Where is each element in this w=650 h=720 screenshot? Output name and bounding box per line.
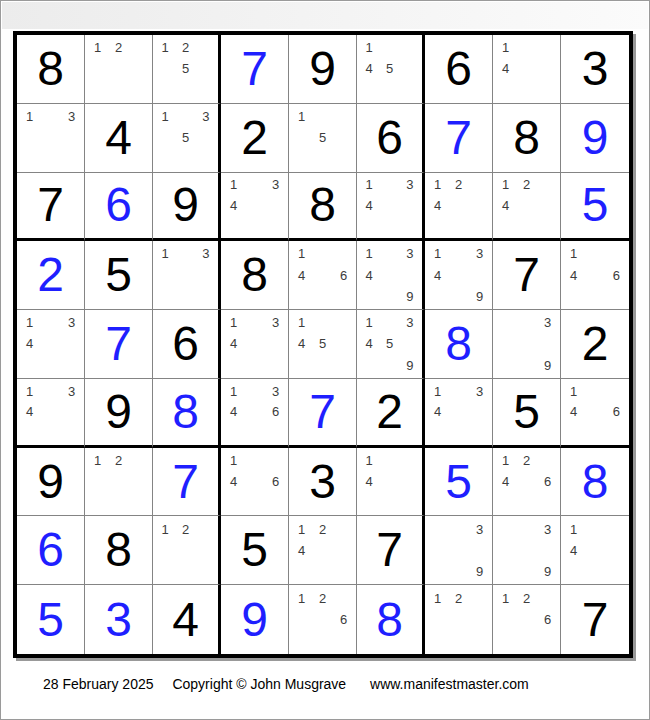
candidates: 134 bbox=[427, 381, 490, 443]
cell-r4c1: 2 bbox=[17, 241, 85, 310]
candidates: 134 bbox=[223, 175, 286, 237]
cell-r7c5: 3 bbox=[289, 448, 357, 517]
candidate-1: 1 bbox=[291, 312, 312, 333]
candidates: 39 bbox=[495, 518, 558, 582]
given-digit: 7 bbox=[376, 526, 403, 574]
sudoku-board: 8121257914561431341352156789769134813412… bbox=[13, 31, 633, 658]
solved-digit: 8 bbox=[582, 458, 609, 506]
candidates: 1349 bbox=[359, 243, 420, 307]
cell-r2c5: 15 bbox=[289, 104, 357, 173]
candidate-1: 1 bbox=[291, 587, 312, 609]
candidates: 146 bbox=[563, 243, 627, 307]
candidate-4: 4 bbox=[495, 58, 516, 79]
candidate-1: 1 bbox=[223, 450, 244, 471]
cell-r1c1: 8 bbox=[17, 35, 85, 104]
candidate-2: 2 bbox=[516, 175, 537, 196]
cell-r5c9: 2 bbox=[561, 310, 629, 379]
candidates: 145 bbox=[291, 312, 354, 376]
cell-r7c9: 8 bbox=[561, 448, 629, 517]
candidates: 12 bbox=[155, 518, 216, 582]
cell-r9c9: 7 bbox=[561, 585, 629, 654]
cell-r3c6: 134 bbox=[357, 173, 425, 242]
cell-r6c2: 9 bbox=[85, 379, 153, 448]
candidate-3: 3 bbox=[469, 518, 490, 539]
cell-r4c8: 7 bbox=[493, 241, 561, 310]
cell-r3c3: 9 bbox=[153, 173, 221, 242]
solved-digit: 7 bbox=[105, 320, 132, 368]
given-digit: 9 bbox=[172, 181, 199, 229]
candidates: 125 bbox=[155, 37, 216, 101]
given-digit: 6 bbox=[172, 320, 199, 368]
cell-r2c7: 7 bbox=[425, 104, 493, 173]
candidate-1: 1 bbox=[155, 37, 175, 58]
candidates: 134 bbox=[359, 175, 420, 237]
cell-r8c4: 5 bbox=[221, 516, 289, 585]
candidates: 145 bbox=[359, 37, 420, 101]
candidate-3: 3 bbox=[265, 312, 286, 333]
cell-r3c8: 124 bbox=[493, 173, 561, 242]
footer-site: www.manifestmaster.com bbox=[370, 676, 529, 692]
candidate-9: 9 bbox=[400, 286, 420, 307]
candidate-1: 1 bbox=[563, 518, 584, 539]
candidates: 124 bbox=[495, 175, 558, 237]
candidate-5: 5 bbox=[312, 127, 333, 148]
given-digit: 3 bbox=[582, 45, 609, 93]
cell-r9c7: 12 bbox=[425, 585, 493, 654]
candidate-6: 6 bbox=[265, 401, 286, 422]
candidate-3: 3 bbox=[400, 243, 420, 264]
given-digit: 5 bbox=[513, 388, 540, 436]
solved-digit: 8 bbox=[445, 320, 472, 368]
given-digit: 9 bbox=[309, 45, 336, 93]
solved-digit: 2 bbox=[37, 251, 64, 299]
candidate-1: 1 bbox=[155, 243, 175, 264]
candidates: 135 bbox=[155, 106, 216, 170]
cell-r7c6: 14 bbox=[357, 448, 425, 517]
cell-r1c2: 12 bbox=[85, 35, 153, 104]
cell-r7c8: 1246 bbox=[493, 448, 561, 517]
candidate-3: 3 bbox=[196, 106, 216, 127]
cell-r8c9: 14 bbox=[561, 516, 629, 585]
given-digit: 3 bbox=[309, 458, 336, 506]
candidate-2: 2 bbox=[448, 175, 469, 196]
candidate-4: 4 bbox=[359, 58, 379, 79]
cell-r8c6: 7 bbox=[357, 516, 425, 585]
cell-r9c6: 8 bbox=[357, 585, 425, 654]
candidates: 1346 bbox=[223, 381, 286, 443]
cell-r8c2: 8 bbox=[85, 516, 153, 585]
given-digit: 8 bbox=[105, 526, 132, 574]
candidates: 13 bbox=[19, 106, 82, 170]
cell-r5c3: 6 bbox=[153, 310, 221, 379]
cell-r2c9: 9 bbox=[561, 104, 629, 173]
candidate-4: 4 bbox=[359, 265, 379, 286]
cell-r1c4: 7 bbox=[221, 35, 289, 104]
cell-r1c7: 6 bbox=[425, 35, 493, 104]
solved-digit: 7 bbox=[445, 114, 472, 162]
cell-r2c2: 4 bbox=[85, 104, 153, 173]
cell-r6c8: 5 bbox=[493, 379, 561, 448]
solved-digit: 5 bbox=[582, 181, 609, 229]
candidate-6: 6 bbox=[537, 471, 558, 492]
candidate-4: 4 bbox=[495, 195, 516, 216]
cell-r3c4: 134 bbox=[221, 173, 289, 242]
cell-r3c1: 7 bbox=[17, 173, 85, 242]
candidate-9: 9 bbox=[469, 561, 490, 582]
solved-digit: 9 bbox=[241, 596, 268, 644]
cell-r6c7: 134 bbox=[425, 379, 493, 448]
given-digit: 7 bbox=[582, 596, 609, 644]
given-digit: 8 bbox=[309, 181, 336, 229]
solved-digit: 6 bbox=[105, 181, 132, 229]
cell-r9c5: 126 bbox=[289, 585, 357, 654]
candidate-6: 6 bbox=[265, 471, 286, 492]
candidate-5: 5 bbox=[175, 58, 195, 79]
candidate-5: 5 bbox=[379, 333, 399, 354]
footer-copyright: Copyright © John Musgrave bbox=[172, 676, 346, 692]
candidates: 12 bbox=[87, 450, 150, 514]
candidate-4: 4 bbox=[291, 265, 312, 286]
candidate-4: 4 bbox=[427, 195, 448, 216]
candidates: 12 bbox=[427, 587, 490, 652]
candidate-4: 4 bbox=[223, 195, 244, 216]
candidate-2: 2 bbox=[516, 450, 537, 471]
candidate-4: 4 bbox=[223, 333, 244, 354]
candidate-1: 1 bbox=[155, 518, 175, 539]
candidate-1: 1 bbox=[223, 381, 244, 402]
candidate-4: 4 bbox=[359, 195, 379, 216]
candidate-5: 5 bbox=[175, 127, 195, 148]
cell-r9c3: 4 bbox=[153, 585, 221, 654]
cell-r7c2: 12 bbox=[85, 448, 153, 517]
candidate-1: 1 bbox=[155, 106, 175, 127]
cell-r4c7: 1349 bbox=[425, 241, 493, 310]
candidate-3: 3 bbox=[61, 312, 82, 333]
candidates: 39 bbox=[495, 312, 558, 376]
cell-r9c2: 3 bbox=[85, 585, 153, 654]
candidates: 146 bbox=[223, 450, 286, 514]
candidate-1: 1 bbox=[495, 587, 516, 609]
cell-r8c8: 39 bbox=[493, 516, 561, 585]
given-digit: 6 bbox=[445, 45, 472, 93]
candidate-4: 4 bbox=[359, 333, 379, 354]
cell-r9c1: 5 bbox=[17, 585, 85, 654]
candidate-4: 4 bbox=[427, 265, 448, 286]
cell-r5c1: 134 bbox=[17, 310, 85, 379]
candidate-6: 6 bbox=[333, 265, 354, 286]
cell-r7c3: 7 bbox=[153, 448, 221, 517]
candidate-2: 2 bbox=[312, 587, 333, 609]
cell-r6c4: 1346 bbox=[221, 379, 289, 448]
candidates: 1349 bbox=[427, 243, 490, 307]
candidate-1: 1 bbox=[19, 381, 40, 402]
cell-r4c9: 146 bbox=[561, 241, 629, 310]
solved-digit: 6 bbox=[37, 526, 64, 574]
cell-r2c4: 2 bbox=[221, 104, 289, 173]
candidates: 14 bbox=[495, 37, 558, 101]
given-digit: 2 bbox=[582, 320, 609, 368]
candidate-4: 4 bbox=[563, 265, 584, 286]
cell-r5c6: 13459 bbox=[357, 310, 425, 379]
candidate-2: 2 bbox=[175, 37, 195, 58]
candidate-1: 1 bbox=[291, 106, 312, 127]
candidate-1: 1 bbox=[291, 243, 312, 264]
candidate-1: 1 bbox=[87, 450, 108, 471]
cell-r8c7: 39 bbox=[425, 516, 493, 585]
candidates: 15 bbox=[291, 106, 354, 170]
cell-r1c9: 3 bbox=[561, 35, 629, 104]
candidate-3: 3 bbox=[469, 381, 490, 402]
solved-digit: 8 bbox=[376, 596, 403, 644]
cell-r6c6: 2 bbox=[357, 379, 425, 448]
candidate-5: 5 bbox=[379, 58, 399, 79]
cell-r6c5: 7 bbox=[289, 379, 357, 448]
candidates: 134 bbox=[223, 312, 286, 376]
candidate-4: 4 bbox=[223, 471, 244, 492]
candidate-3: 3 bbox=[61, 106, 82, 127]
candidate-1: 1 bbox=[427, 381, 448, 402]
candidate-1: 1 bbox=[359, 37, 379, 58]
cell-r5c7: 8 bbox=[425, 310, 493, 379]
candidates: 13 bbox=[155, 243, 216, 307]
candidate-6: 6 bbox=[537, 609, 558, 631]
solved-digit: 7 bbox=[241, 45, 268, 93]
cell-r1c6: 145 bbox=[357, 35, 425, 104]
cell-r8c3: 12 bbox=[153, 516, 221, 585]
cell-r3c7: 124 bbox=[425, 173, 493, 242]
candidate-1: 1 bbox=[495, 37, 516, 58]
candidate-9: 9 bbox=[537, 355, 558, 376]
candidate-3: 3 bbox=[537, 312, 558, 333]
cell-r1c8: 14 bbox=[493, 35, 561, 104]
cell-r2c3: 135 bbox=[153, 104, 221, 173]
footer: 28 February 2025 Copyright © John Musgra… bbox=[43, 676, 529, 692]
cell-r5c5: 145 bbox=[289, 310, 357, 379]
cell-r1c5: 9 bbox=[289, 35, 357, 104]
candidates: 14 bbox=[563, 518, 627, 582]
cell-r7c1: 9 bbox=[17, 448, 85, 517]
cell-r4c2: 5 bbox=[85, 241, 153, 310]
cell-r9c8: 126 bbox=[493, 585, 561, 654]
candidate-1: 1 bbox=[19, 312, 40, 333]
candidate-1: 1 bbox=[359, 312, 379, 333]
candidates: 1246 bbox=[495, 450, 558, 514]
candidate-4: 4 bbox=[223, 401, 244, 422]
candidate-9: 9 bbox=[400, 355, 420, 376]
solved-digit: 8 bbox=[172, 388, 199, 436]
candidate-1: 1 bbox=[563, 243, 584, 264]
given-digit: 6 bbox=[376, 114, 403, 162]
candidate-1: 1 bbox=[87, 37, 108, 58]
given-digit: 8 bbox=[513, 114, 540, 162]
candidate-2: 2 bbox=[448, 587, 469, 609]
candidate-2: 2 bbox=[108, 37, 129, 58]
candidate-4: 4 bbox=[563, 401, 584, 422]
cell-r9c4: 9 bbox=[221, 585, 289, 654]
top-band bbox=[2, 2, 648, 29]
cell-r5c8: 39 bbox=[493, 310, 561, 379]
cell-r1c3: 125 bbox=[153, 35, 221, 104]
solved-digit: 3 bbox=[105, 596, 132, 644]
cell-r2c8: 8 bbox=[493, 104, 561, 173]
cell-r4c4: 8 bbox=[221, 241, 289, 310]
given-digit: 4 bbox=[105, 114, 132, 162]
candidates: 146 bbox=[563, 381, 627, 443]
cell-r5c4: 134 bbox=[221, 310, 289, 379]
candidate-1: 1 bbox=[427, 175, 448, 196]
candidate-9: 9 bbox=[537, 561, 558, 582]
candidate-2: 2 bbox=[312, 518, 333, 539]
candidate-1: 1 bbox=[359, 175, 379, 196]
cell-r6c3: 8 bbox=[153, 379, 221, 448]
candidates: 146 bbox=[291, 243, 354, 307]
cell-r3c9: 5 bbox=[561, 173, 629, 242]
solved-digit: 5 bbox=[37, 596, 64, 644]
given-digit: 2 bbox=[241, 114, 268, 162]
candidate-3: 3 bbox=[469, 243, 490, 264]
cell-r4c5: 146 bbox=[289, 241, 357, 310]
candidate-4: 4 bbox=[291, 333, 312, 354]
candidate-1: 1 bbox=[427, 587, 448, 609]
cell-r8c5: 124 bbox=[289, 516, 357, 585]
candidate-6: 6 bbox=[606, 401, 627, 422]
cell-r6c1: 134 bbox=[17, 379, 85, 448]
candidate-3: 3 bbox=[61, 381, 82, 402]
solved-digit: 5 bbox=[445, 458, 472, 506]
candidate-3: 3 bbox=[400, 312, 420, 333]
candidates: 12 bbox=[87, 37, 150, 101]
candidate-4: 4 bbox=[495, 471, 516, 492]
candidate-2: 2 bbox=[108, 450, 129, 471]
candidate-1: 1 bbox=[563, 381, 584, 402]
cell-r7c4: 146 bbox=[221, 448, 289, 517]
candidate-4: 4 bbox=[19, 401, 40, 422]
candidates: 13459 bbox=[359, 312, 420, 376]
candidates: 134 bbox=[19, 381, 82, 443]
candidate-6: 6 bbox=[606, 265, 627, 286]
cell-r5c2: 7 bbox=[85, 310, 153, 379]
cell-r2c6: 6 bbox=[357, 104, 425, 173]
candidate-6: 6 bbox=[333, 609, 354, 631]
candidate-1: 1 bbox=[495, 450, 516, 471]
candidate-2: 2 bbox=[516, 587, 537, 609]
candidate-4: 4 bbox=[359, 471, 379, 492]
given-digit: 8 bbox=[241, 251, 268, 299]
cell-r7c7: 5 bbox=[425, 448, 493, 517]
candidate-3: 3 bbox=[537, 518, 558, 539]
candidates: 14 bbox=[359, 450, 420, 514]
candidate-3: 3 bbox=[196, 243, 216, 264]
cell-r3c5: 8 bbox=[289, 173, 357, 242]
cell-r4c6: 1349 bbox=[357, 241, 425, 310]
candidates: 39 bbox=[427, 518, 490, 582]
given-digit: 7 bbox=[37, 181, 64, 229]
candidate-5: 5 bbox=[312, 333, 333, 354]
candidates: 124 bbox=[427, 175, 490, 237]
candidate-4: 4 bbox=[563, 540, 584, 561]
candidate-1: 1 bbox=[359, 243, 379, 264]
candidate-1: 1 bbox=[427, 243, 448, 264]
page: 8121257914561431341352156789769134813412… bbox=[0, 0, 650, 720]
candidates: 126 bbox=[495, 587, 558, 652]
candidate-3: 3 bbox=[400, 175, 420, 196]
candidate-1: 1 bbox=[223, 175, 244, 196]
given-digit: 9 bbox=[37, 458, 64, 506]
cell-r4c3: 13 bbox=[153, 241, 221, 310]
cell-r6c9: 146 bbox=[561, 379, 629, 448]
candidate-1: 1 bbox=[291, 518, 312, 539]
given-digit: 5 bbox=[105, 251, 132, 299]
candidate-4: 4 bbox=[291, 540, 312, 561]
candidate-1: 1 bbox=[359, 450, 379, 471]
solved-digit: 7 bbox=[309, 388, 336, 436]
candidate-2: 2 bbox=[175, 518, 195, 539]
cell-r8c1: 6 bbox=[17, 516, 85, 585]
candidate-3: 3 bbox=[265, 381, 286, 402]
candidate-4: 4 bbox=[427, 401, 448, 422]
candidate-1: 1 bbox=[223, 312, 244, 333]
given-digit: 7 bbox=[513, 251, 540, 299]
given-digit: 9 bbox=[105, 388, 132, 436]
footer-date: 28 February 2025 bbox=[43, 676, 154, 692]
candidates: 126 bbox=[291, 587, 354, 652]
candidates: 134 bbox=[19, 312, 82, 376]
cell-r3c2: 6 bbox=[85, 173, 153, 242]
given-digit: 4 bbox=[172, 596, 199, 644]
given-digit: 8 bbox=[37, 45, 64, 93]
given-digit: 2 bbox=[376, 388, 403, 436]
candidate-3: 3 bbox=[265, 175, 286, 196]
solved-digit: 7 bbox=[172, 458, 199, 506]
candidate-9: 9 bbox=[469, 286, 490, 307]
candidates: 124 bbox=[291, 518, 354, 582]
candidate-1: 1 bbox=[19, 106, 40, 127]
given-digit: 5 bbox=[241, 526, 268, 574]
candidate-4: 4 bbox=[19, 333, 40, 354]
cell-r2c1: 13 bbox=[17, 104, 85, 173]
candidate-1: 1 bbox=[495, 175, 516, 196]
solved-digit: 9 bbox=[582, 114, 609, 162]
